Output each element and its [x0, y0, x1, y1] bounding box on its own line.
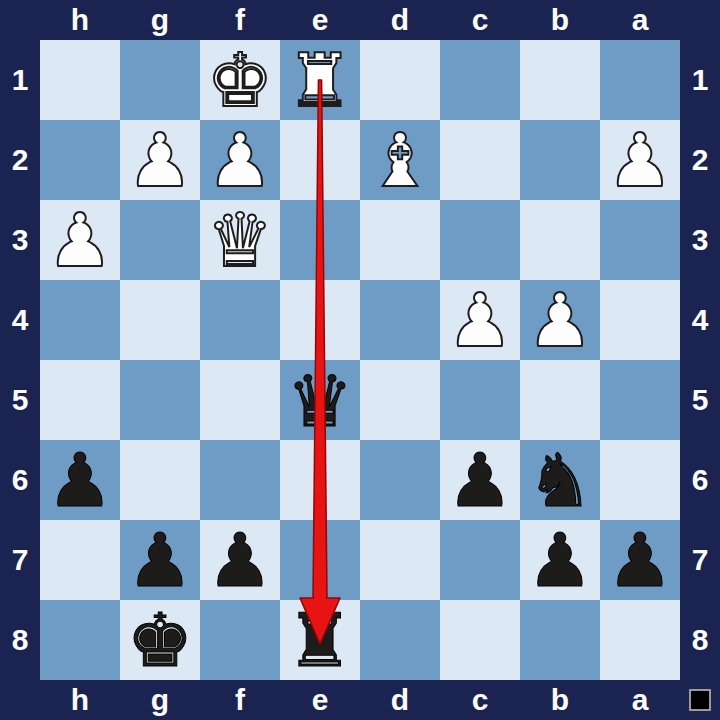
square-g2[interactable]: ♟ — [120, 120, 200, 200]
square-c8[interactable] — [440, 600, 520, 680]
file-label-bottom-d: d — [360, 680, 440, 720]
square-a2[interactable]: ♟ — [600, 120, 680, 200]
square-h1[interactable] — [40, 40, 120, 120]
square-c6[interactable]: ♟ — [440, 440, 520, 520]
chess-diagram: hgfedcba 12345678 ♚♜♟♟♝♟♟♛♟♟♛♟♟♞♟♟♟♟♚♜ 1… — [0, 0, 720, 720]
file-label-top-a: a — [600, 0, 680, 40]
square-g5[interactable] — [120, 360, 200, 440]
file-label-bottom-c: c — [440, 680, 520, 720]
rank-label-left-2: 2 — [0, 120, 40, 200]
piece-white-pawn-b4[interactable]: ♟ — [527, 280, 593, 360]
rank-labels-right: 12345678 — [680, 40, 720, 680]
square-b4[interactable]: ♟ — [520, 280, 600, 360]
square-a4[interactable] — [600, 280, 680, 360]
piece-black-pawn-b7[interactable]: ♟ — [527, 520, 593, 600]
square-g7[interactable]: ♟ — [120, 520, 200, 600]
piece-white-pawn-c4[interactable]: ♟ — [447, 280, 513, 360]
piece-black-pawn-g7[interactable]: ♟ — [127, 520, 193, 600]
file-label-top-f: f — [200, 0, 280, 40]
square-c4[interactable]: ♟ — [440, 280, 520, 360]
square-e5[interactable]: ♛ — [280, 360, 360, 440]
square-b2[interactable] — [520, 120, 600, 200]
square-a3[interactable] — [600, 200, 680, 280]
file-labels-bottom: hgfedcba — [40, 680, 680, 720]
square-d6[interactable] — [360, 440, 440, 520]
piece-white-rook-e1[interactable]: ♜ — [287, 40, 353, 120]
file-label-bottom-f: f — [200, 680, 280, 720]
square-a1[interactable] — [600, 40, 680, 120]
rank-labels-left: 12345678 — [0, 40, 40, 680]
square-a6[interactable] — [600, 440, 680, 520]
piece-white-bishop-d2[interactable]: ♝ — [367, 120, 433, 200]
file-label-top-c: c — [440, 0, 520, 40]
square-h8[interactable] — [40, 600, 120, 680]
piece-black-rook-e8[interactable]: ♜ — [287, 600, 353, 680]
square-h4[interactable] — [40, 280, 120, 360]
square-a8[interactable] — [600, 600, 680, 680]
square-d4[interactable] — [360, 280, 440, 360]
square-g1[interactable] — [120, 40, 200, 120]
square-f3[interactable]: ♛ — [200, 200, 280, 280]
square-a7[interactable]: ♟ — [600, 520, 680, 600]
square-c5[interactable] — [440, 360, 520, 440]
square-h7[interactable] — [40, 520, 120, 600]
square-f4[interactable] — [200, 280, 280, 360]
piece-white-king-f1[interactable]: ♚ — [207, 40, 273, 120]
square-e3[interactable] — [280, 200, 360, 280]
square-c2[interactable] — [440, 120, 520, 200]
rank-label-left-7: 7 — [0, 520, 40, 600]
file-label-bottom-h: h — [40, 680, 120, 720]
square-d1[interactable] — [360, 40, 440, 120]
rank-label-right-1: 1 — [680, 40, 720, 120]
square-b3[interactable] — [520, 200, 600, 280]
file-label-bottom-b: b — [520, 680, 600, 720]
square-e2[interactable] — [280, 120, 360, 200]
square-c1[interactable] — [440, 40, 520, 120]
square-e8[interactable]: ♜ — [280, 600, 360, 680]
file-label-top-e: e — [280, 0, 360, 40]
piece-black-pawn-f7[interactable]: ♟ — [207, 520, 273, 600]
square-g6[interactable] — [120, 440, 200, 520]
rank-label-left-4: 4 — [0, 280, 40, 360]
square-d8[interactable] — [360, 600, 440, 680]
file-label-top-g: g — [120, 0, 200, 40]
square-e4[interactable] — [280, 280, 360, 360]
square-g4[interactable] — [120, 280, 200, 360]
file-labels-top: hgfedcba — [40, 0, 680, 40]
square-d2[interactable]: ♝ — [360, 120, 440, 200]
piece-white-queen-f3[interactable]: ♛ — [207, 200, 273, 280]
piece-black-pawn-a7[interactable]: ♟ — [607, 520, 673, 600]
file-label-top-b: b — [520, 0, 600, 40]
square-b7[interactable]: ♟ — [520, 520, 600, 600]
square-b5[interactable] — [520, 360, 600, 440]
square-f1[interactable]: ♚ — [200, 40, 280, 120]
square-h5[interactable] — [40, 360, 120, 440]
square-e6[interactable] — [280, 440, 360, 520]
file-label-top-d: d — [360, 0, 440, 40]
square-f8[interactable] — [200, 600, 280, 680]
square-e7[interactable] — [280, 520, 360, 600]
piece-black-queen-e5[interactable]: ♛ — [287, 360, 353, 440]
square-e1[interactable]: ♜ — [280, 40, 360, 120]
square-b6[interactable]: ♞ — [520, 440, 600, 520]
rank-label-right-3: 3 — [680, 200, 720, 280]
square-d7[interactable] — [360, 520, 440, 600]
piece-black-pawn-c6[interactable]: ♟ — [447, 440, 513, 520]
black-to-move-indicator — [689, 689, 711, 711]
file-label-bottom-e: e — [280, 680, 360, 720]
square-f6[interactable] — [200, 440, 280, 520]
rank-label-left-8: 8 — [0, 600, 40, 680]
rank-label-left-5: 5 — [0, 360, 40, 440]
rank-label-left-1: 1 — [0, 40, 40, 120]
rank-label-left-3: 3 — [0, 200, 40, 280]
piece-black-king-g8[interactable]: ♚ — [127, 600, 193, 680]
square-h3[interactable]: ♟ — [40, 200, 120, 280]
rank-label-right-2: 2 — [680, 120, 720, 200]
file-label-bottom-g: g — [120, 680, 200, 720]
piece-white-pawn-a2[interactable]: ♟ — [607, 120, 673, 200]
square-a5[interactable] — [600, 360, 680, 440]
piece-black-pawn-h6[interactable]: ♟ — [47, 440, 113, 520]
square-h6[interactable]: ♟ — [40, 440, 120, 520]
square-f5[interactable] — [200, 360, 280, 440]
piece-white-pawn-f2[interactable]: ♟ — [207, 120, 273, 200]
rank-label-left-6: 6 — [0, 440, 40, 520]
square-b1[interactable] — [520, 40, 600, 120]
square-d5[interactable] — [360, 360, 440, 440]
square-b8[interactable] — [520, 600, 600, 680]
board-grid: ♚♜♟♟♝♟♟♛♟♟♛♟♟♞♟♟♟♟♚♜ — [40, 40, 680, 680]
square-c3[interactable] — [440, 200, 520, 280]
file-label-bottom-a: a — [600, 680, 680, 720]
rank-label-right-6: 6 — [680, 440, 720, 520]
piece-white-pawn-h3[interactable]: ♟ — [47, 200, 113, 280]
square-f2[interactable]: ♟ — [200, 120, 280, 200]
square-g3[interactable] — [120, 200, 200, 280]
rank-label-right-7: 7 — [680, 520, 720, 600]
piece-black-knight-b6[interactable]: ♞ — [527, 440, 593, 520]
rank-label-right-4: 4 — [680, 280, 720, 360]
square-g8[interactable]: ♚ — [120, 600, 200, 680]
rank-label-right-8: 8 — [680, 600, 720, 680]
file-label-top-h: h — [40, 0, 120, 40]
square-d3[interactable] — [360, 200, 440, 280]
rank-label-right-5: 5 — [680, 360, 720, 440]
piece-white-pawn-g2[interactable]: ♟ — [127, 120, 193, 200]
square-f7[interactable]: ♟ — [200, 520, 280, 600]
square-c7[interactable] — [440, 520, 520, 600]
square-h2[interactable] — [40, 120, 120, 200]
